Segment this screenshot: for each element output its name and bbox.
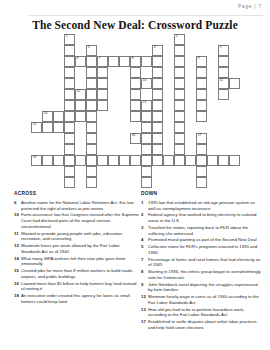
grid-cell: [141, 122, 152, 133]
clue-text: Wanted to provide young people with jobs…: [21, 231, 139, 242]
clue-num: 12: [141, 294, 148, 305]
grid-cell: [152, 133, 163, 144]
clue: 6Another name for the National Labor Rel…: [14, 200, 139, 211]
clue-num: 12: [14, 243, 21, 254]
clue-num: 1: [141, 200, 148, 211]
header-rule: [29, 15, 263, 16]
grid-cell: 17: [196, 133, 207, 144]
grid-cell: 10: [141, 78, 152, 89]
grid-cell: [152, 155, 163, 166]
grid-cell: [64, 177, 75, 188]
clue-number: 8: [132, 57, 134, 60]
grid-cell: [97, 67, 108, 78]
grid-cell: [141, 133, 152, 144]
clue-number: 15: [33, 123, 37, 126]
clue-number: 17: [198, 134, 202, 137]
grid-cell: [64, 122, 75, 133]
grid-cell: [119, 56, 130, 67]
clue: 4Promoted mural painting as part of the …: [141, 237, 263, 243]
grid-cell: [130, 78, 141, 89]
clue: 11935 law that established an old-age pe…: [141, 200, 263, 211]
clue-number: 1: [66, 35, 68, 38]
grid-cell: [174, 100, 185, 111]
grid-cell: [196, 78, 207, 89]
grid-cell: [64, 166, 75, 177]
grid-cell: [152, 67, 163, 78]
grid-cell: 15: [31, 122, 42, 133]
clue: 12Maximum hours per week allowed by the …: [14, 243, 139, 254]
grid-cell: [196, 166, 207, 177]
clue-number: 3: [88, 46, 90, 49]
grid-cell: [86, 166, 97, 177]
clue-text: Promoted mural painting as part of the S…: [148, 237, 263, 243]
clue-num: 3: [141, 225, 148, 236]
clue-num: 18: [14, 293, 21, 304]
grid-cell: [108, 56, 119, 67]
grid-cell: [64, 45, 75, 56]
clue-text: Loaned more than $1 billion to help farm…: [21, 281, 139, 292]
grid-cell: [196, 155, 207, 166]
clue: 11Wanted to provide young people with jo…: [14, 231, 139, 242]
clue-number: 11: [220, 79, 223, 82]
grid-cell: [64, 111, 75, 122]
clue-text: Minimum hourly wage in cents as of 1940 …: [148, 294, 263, 305]
clue-text: Another name for the National Labor Rela…: [21, 200, 139, 211]
grid-cell: 11: [218, 78, 229, 89]
grid-cell: [86, 133, 97, 144]
grid-cell: [218, 67, 229, 78]
grid-cell: [152, 144, 163, 155]
clue: 9John Steinbeck novel depicting the stru…: [141, 282, 263, 293]
clue-text: Collective name for FDR's programs enact…: [148, 244, 263, 255]
clue-num: 8: [141, 269, 148, 280]
across-heading: ACROSS: [14, 191, 139, 196]
clue-number: 6: [77, 57, 79, 60]
clue: 7Percentage of farms and rural homes tha…: [141, 257, 263, 268]
down-list: 11935 law that established an old-age pe…: [141, 200, 263, 330]
clue-number: 7: [99, 57, 101, 60]
grid-cell: [152, 56, 163, 67]
grid-cell: [152, 122, 163, 133]
clue-num: 11: [14, 231, 21, 242]
grid-cell: [185, 155, 196, 166]
clue-num: 15: [14, 268, 21, 279]
clue: 2Federal agency that worked to bring ele…: [141, 212, 263, 223]
grid-cell: [86, 122, 97, 133]
grid-cell: 1: [64, 34, 75, 45]
grid-cell: [53, 155, 64, 166]
clue-num: 2: [141, 212, 148, 223]
crossword-grid: 123456789101112131415161718: [31, 34, 240, 188]
grid-cell: [141, 144, 152, 155]
grid-cell: [130, 89, 141, 100]
clue: 17Established to settle disputes about u…: [141, 319, 263, 330]
clue-text: Farm-assistance law that Congress revise…: [21, 212, 139, 229]
grid-cell: [86, 111, 97, 122]
clue-text: John Steinbeck novel depicting the strug…: [148, 282, 263, 293]
grid-cell: [64, 67, 75, 78]
clue: 8Starting in 1936, this ethnic group beg…: [141, 269, 263, 280]
grid-cell: [174, 78, 185, 89]
grid-cell: [86, 78, 97, 89]
grid-cell: [42, 122, 53, 133]
grid-cell: [130, 100, 141, 111]
grid-cell: [218, 56, 229, 67]
grid-cell: 18: [31, 155, 42, 166]
clue-num: 14: [14, 256, 21, 267]
grid-cell: [163, 155, 174, 166]
clue: 13How old you had to be to perform hazar…: [141, 307, 263, 318]
grid-cell: 6: [75, 56, 86, 67]
grid-cell: [141, 56, 152, 67]
clue-num: 4: [141, 237, 148, 243]
clue-num: 5: [141, 244, 148, 255]
grid-cell: [86, 155, 97, 166]
grid-cell: [218, 155, 229, 166]
grid-cell: [97, 89, 108, 100]
grid-cell: [108, 155, 119, 166]
clue-text: An executive order created this agency f…: [21, 293, 139, 304]
grid-cell: [64, 155, 75, 166]
grid-cell: [86, 89, 97, 100]
grid-cell: [174, 144, 185, 155]
clue-number: 9: [198, 57, 200, 60]
grid-cell: 5: [218, 45, 229, 56]
clue-number: 14: [44, 112, 48, 115]
grid-cell: [64, 100, 75, 111]
grid-cell: [86, 56, 97, 67]
grid-cell: [196, 111, 207, 122]
grid-cell: 12: [75, 89, 86, 100]
grid-cell: [141, 166, 152, 177]
grid-cell: [152, 100, 163, 111]
grid-cell: [64, 144, 75, 155]
clue-number: 4: [154, 46, 156, 49]
grid-cell: [174, 111, 185, 122]
clue-num: 17: [141, 319, 148, 330]
grid-cell: [229, 155, 240, 166]
grid-cell: [174, 133, 185, 144]
grid-cell: [42, 155, 53, 166]
grid-cell: [119, 155, 130, 166]
grid-cell: [64, 56, 75, 67]
grid-cell: 7: [97, 56, 108, 67]
clue-num: 7: [141, 257, 148, 268]
clue-text: What many WPA workers felt their new job…: [21, 256, 139, 267]
grid-cell: 4: [152, 45, 163, 56]
grid-cell: [174, 122, 185, 133]
grid-cell: 8: [130, 56, 141, 67]
grid-cell: [64, 133, 75, 144]
clue-num: 9: [141, 282, 148, 293]
clue: 12Minimum hourly wage in cents as of 194…: [141, 294, 263, 305]
grid-cell: [86, 67, 97, 78]
clue: 5Collective name for FDR's programs enac…: [141, 244, 263, 255]
grid-cell: [53, 122, 64, 133]
grid-cell: [196, 144, 207, 155]
clue-text: Created jobs for more than 8 million wor…: [21, 268, 139, 279]
grid-cell: [141, 111, 152, 122]
grid-cell: [218, 89, 229, 100]
clue-text: 1935 law that established an old-age pen…: [148, 200, 263, 211]
grid-cell: [75, 100, 86, 111]
clue-text: Established to settle disputes about unf…: [148, 319, 263, 330]
clue: 14What many WPA workers felt their new j…: [14, 256, 139, 267]
grid-cell: 2: [174, 34, 185, 45]
grid-cell: 14: [42, 111, 53, 122]
clue-number: 10: [143, 79, 147, 82]
grid-cell: [174, 67, 185, 78]
grid-cell: [196, 89, 207, 100]
page-number: Page | 7: [238, 4, 262, 9]
clue-number: 12: [77, 90, 81, 93]
clue-num: 16: [14, 281, 21, 292]
grid-cell: [97, 155, 108, 166]
page-title: The Second New Deal: Crossword Puzzle: [0, 19, 270, 31]
grid-cell: [53, 111, 64, 122]
grid-cell: [141, 177, 152, 188]
clue-text: Maximum hours per week allowed by the Fa…: [21, 243, 139, 254]
down-heading: DOWN: [141, 191, 263, 196]
across-section: ACROSS 6Another name for the National La…: [14, 191, 139, 305]
clue: 16Loaned more than $1 billion to help fa…: [14, 281, 139, 292]
clue-number: 2: [176, 35, 178, 38]
grid-cell: [75, 155, 86, 166]
clue-number: 16: [132, 134, 136, 137]
grid-cell: [86, 144, 97, 155]
grid-cell: [152, 89, 163, 100]
grid-cell: 13: [141, 100, 152, 111]
clue: 3Traveled the nation, reporting back to …: [141, 225, 263, 236]
clue-text: Starting in 1936, this ethnic group bega…: [148, 269, 263, 280]
grid-cell: [130, 111, 141, 122]
grid-cell: [174, 45, 185, 56]
grid-cell: [64, 89, 75, 100]
grid-cell: [97, 78, 108, 89]
grid-cell: [196, 177, 207, 188]
clue-number: 5: [220, 46, 222, 49]
clue-num: 13: [141, 307, 148, 318]
grid-cell: [86, 177, 97, 188]
clue-num: 6: [14, 200, 21, 211]
clue-text: How old you had to be to perform hazardo…: [148, 307, 263, 318]
across-list: 6Another name for the National Labor Rel…: [14, 200, 139, 304]
grid-cell: 9: [196, 56, 207, 67]
clue-number: 13: [143, 101, 147, 104]
grid-cell: [130, 155, 141, 166]
grid-cell: [64, 78, 75, 89]
clue: 10Farm-assistance law that Congress revi…: [14, 212, 139, 229]
grid-cell: [97, 100, 108, 111]
clue: 15Created jobs for more than 8 million w…: [14, 268, 139, 279]
clue-number: 18: [33, 156, 37, 159]
down-section: DOWN 11935 law that established an old-a…: [141, 191, 263, 332]
grid-cell: [130, 67, 141, 78]
grid-cell: 3: [86, 45, 97, 56]
grid-cell: [152, 111, 163, 122]
grid-cell: [174, 56, 185, 67]
grid-cell: [152, 78, 163, 89]
clue: 18An executive order created this agency…: [14, 293, 139, 304]
grid-cell: [229, 78, 240, 89]
clue-text: Federal agency that worked to bring elec…: [148, 212, 263, 223]
grid-cell: [196, 100, 207, 111]
grid-cell: [141, 155, 152, 166]
grid-cell: [174, 155, 185, 166]
grid-cell: 16: [130, 133, 141, 144]
grid-cell: [75, 111, 86, 122]
grid-cell: [207, 155, 218, 166]
grid-cell: [196, 67, 207, 78]
clue-text: Percentage of farms and rural homes that…: [148, 257, 263, 268]
grid-cell: [174, 89, 185, 100]
clue-num: 10: [14, 212, 21, 229]
grid-cell: [86, 100, 97, 111]
clue-text: Traveled the nation, reporting back to F…: [148, 225, 263, 236]
